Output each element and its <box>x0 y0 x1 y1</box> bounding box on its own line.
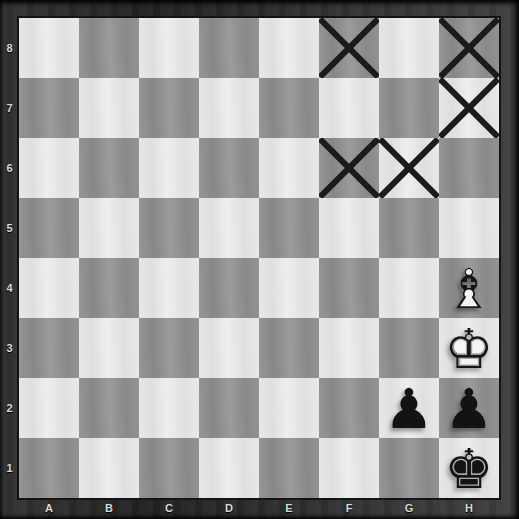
square-f5[interactable] <box>319 198 379 258</box>
square-a3[interactable] <box>19 318 79 378</box>
square-g4[interactable] <box>379 258 439 318</box>
x-mark-h8 <box>439 18 499 78</box>
file-label-g: G <box>379 498 439 519</box>
file-label-a: A <box>19 498 79 519</box>
rank-label-7: 7 <box>0 78 19 138</box>
square-b6[interactable] <box>79 138 139 198</box>
file-label-e: E <box>259 498 319 519</box>
square-f4[interactable] <box>319 258 379 318</box>
square-h7[interactable] <box>439 78 499 138</box>
square-e8[interactable] <box>259 18 319 78</box>
file-label-d: D <box>199 498 259 519</box>
square-e1[interactable] <box>259 438 319 498</box>
x-mark-f8 <box>319 18 379 78</box>
square-b2[interactable] <box>79 378 139 438</box>
square-c5[interactable] <box>139 198 199 258</box>
square-h8[interactable] <box>439 18 499 78</box>
square-a1[interactable] <box>19 438 79 498</box>
square-f2[interactable] <box>319 378 379 438</box>
square-d3[interactable] <box>199 318 259 378</box>
square-h1[interactable]: ♚ <box>439 438 499 498</box>
square-b4[interactable] <box>79 258 139 318</box>
black-pawn-h2[interactable]: ♟ <box>439 378 499 438</box>
rank-labels: 87654321 <box>0 18 19 498</box>
square-c3[interactable] <box>139 318 199 378</box>
square-b3[interactable] <box>79 318 139 378</box>
square-c6[interactable] <box>139 138 199 198</box>
square-f6[interactable] <box>319 138 379 198</box>
rank-label-2: 2 <box>0 378 19 438</box>
square-b1[interactable] <box>79 438 139 498</box>
square-a4[interactable] <box>19 258 79 318</box>
file-labels: ABCDEFGH <box>19 498 499 519</box>
square-g2[interactable]: ♟ <box>379 378 439 438</box>
square-c4[interactable] <box>139 258 199 318</box>
rank-label-5: 5 <box>0 198 19 258</box>
file-label-h: H <box>439 498 499 519</box>
black-pawn-g2[interactable]: ♟ <box>379 378 439 438</box>
square-c1[interactable] <box>139 438 199 498</box>
square-b7[interactable] <box>79 78 139 138</box>
square-a2[interactable] <box>19 378 79 438</box>
rank-label-6: 6 <box>0 138 19 198</box>
square-h4[interactable]: ♝♗ <box>439 258 499 318</box>
square-c7[interactable] <box>139 78 199 138</box>
square-g5[interactable] <box>379 198 439 258</box>
square-d1[interactable] <box>199 438 259 498</box>
square-f7[interactable] <box>319 78 379 138</box>
black-king-h1[interactable]: ♚ <box>439 438 499 498</box>
rank-label-3: 3 <box>0 318 19 378</box>
square-f8[interactable] <box>319 18 379 78</box>
square-d6[interactable] <box>199 138 259 198</box>
square-a5[interactable] <box>19 198 79 258</box>
white-bishop-h4[interactable]: ♝♗ <box>439 258 499 318</box>
square-b8[interactable] <box>79 18 139 78</box>
square-g7[interactable] <box>379 78 439 138</box>
square-e7[interactable] <box>259 78 319 138</box>
square-a7[interactable] <box>19 78 79 138</box>
square-d7[interactable] <box>199 78 259 138</box>
square-d8[interactable] <box>199 18 259 78</box>
square-e2[interactable] <box>259 378 319 438</box>
file-label-f: F <box>319 498 379 519</box>
square-f1[interactable] <box>319 438 379 498</box>
file-label-c: C <box>139 498 199 519</box>
white-king-h3[interactable]: ♚♔ <box>439 318 499 378</box>
file-label-b: B <box>79 498 139 519</box>
square-g1[interactable] <box>379 438 439 498</box>
square-d4[interactable] <box>199 258 259 318</box>
rank-label-1: 1 <box>0 438 19 498</box>
square-h2[interactable]: ♟ <box>439 378 499 438</box>
rank-label-8: 8 <box>0 18 19 78</box>
square-e4[interactable] <box>259 258 319 318</box>
rank-label-4: 4 <box>0 258 19 318</box>
square-e6[interactable] <box>259 138 319 198</box>
square-b5[interactable] <box>79 198 139 258</box>
square-d5[interactable] <box>199 198 259 258</box>
chess-board-frame: 87654321 ABCDEFGH ♝♗♚♔♟♟♚ <box>0 0 519 519</box>
square-c2[interactable] <box>139 378 199 438</box>
square-e5[interactable] <box>259 198 319 258</box>
square-e3[interactable] <box>259 318 319 378</box>
square-f3[interactable] <box>319 318 379 378</box>
square-h6[interactable] <box>439 138 499 198</box>
x-mark-h7 <box>439 78 499 138</box>
square-h5[interactable] <box>439 198 499 258</box>
square-c8[interactable] <box>139 18 199 78</box>
x-mark-f6 <box>319 138 379 198</box>
square-a8[interactable] <box>19 18 79 78</box>
board: ♝♗♚♔♟♟♚ <box>19 18 499 498</box>
square-g8[interactable] <box>379 18 439 78</box>
square-d2[interactable] <box>199 378 259 438</box>
square-g3[interactable] <box>379 318 439 378</box>
square-g6[interactable] <box>379 138 439 198</box>
x-mark-g6 <box>379 138 439 198</box>
square-a6[interactable] <box>19 138 79 198</box>
square-h3[interactable]: ♚♔ <box>439 318 499 378</box>
